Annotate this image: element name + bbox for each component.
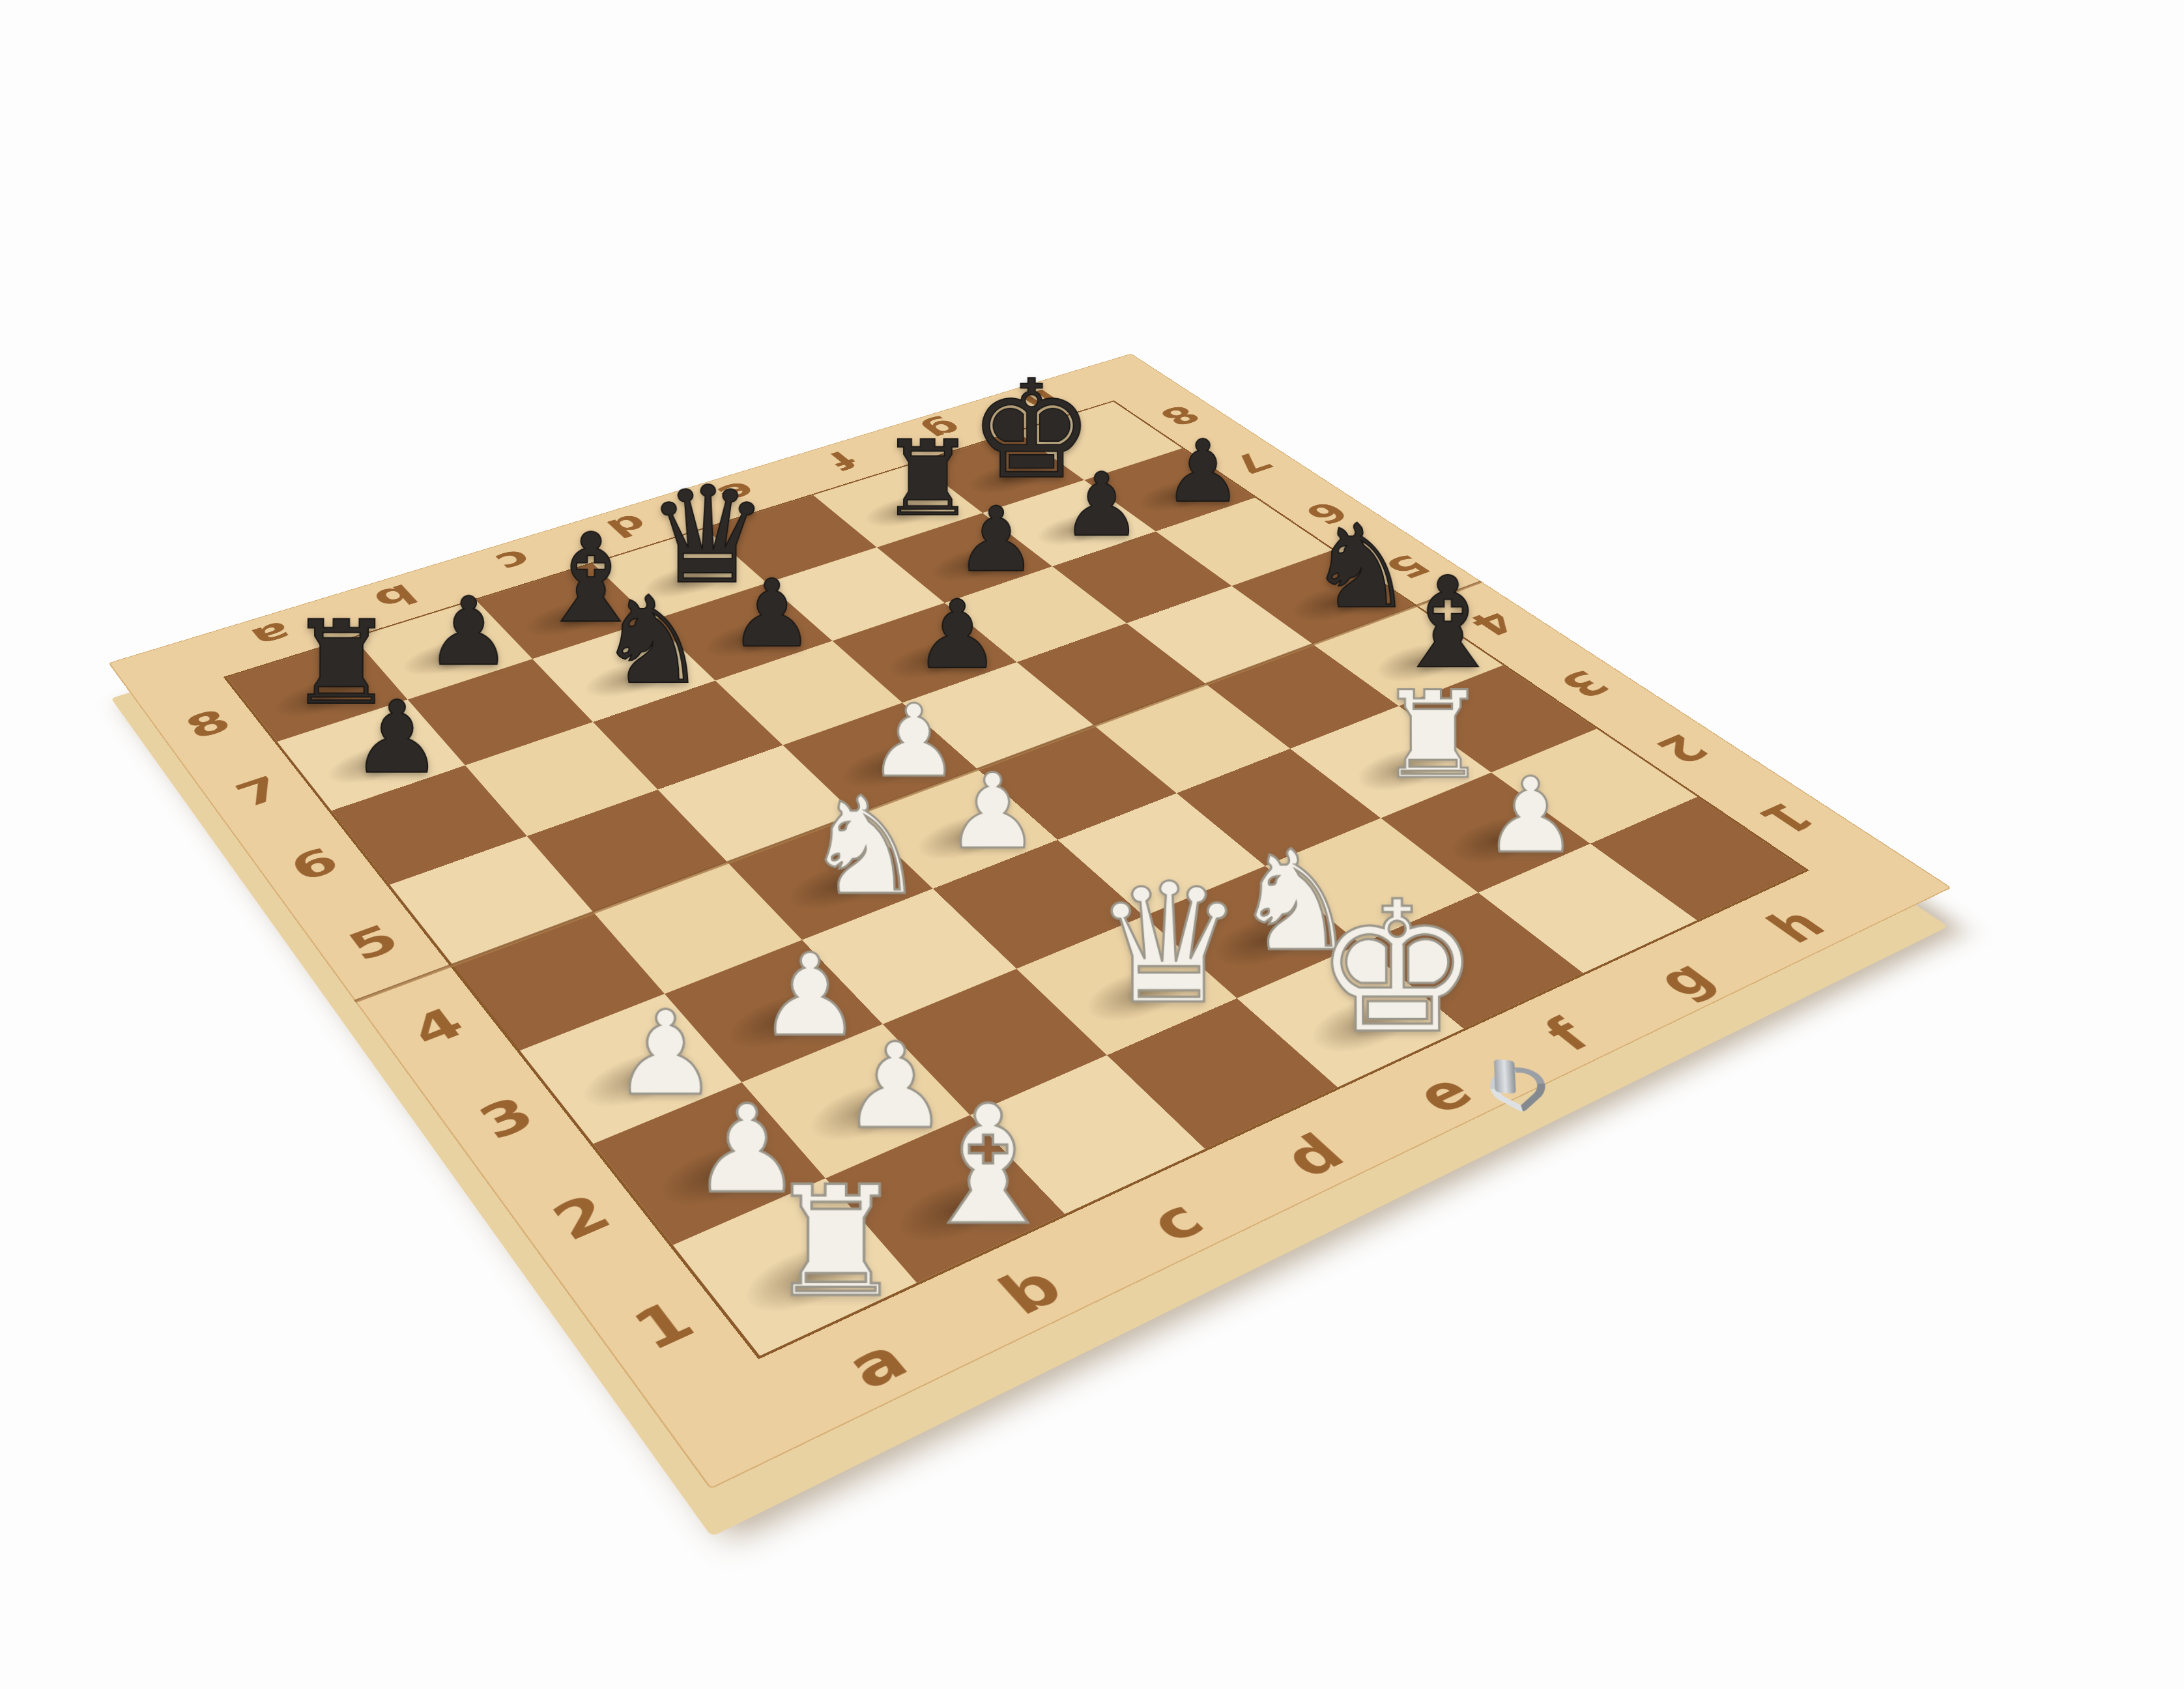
white-pawn-icon-g2[interactable]: ♟: [1483, 766, 1579, 865]
white-pawn-icon-d4[interactable]: ♟: [945, 762, 1040, 861]
white-rook-icon-a1[interactable]: ♜: [766, 1170, 906, 1314]
white-bishop-icon-b1[interactable]: ♝: [913, 1088, 1064, 1244]
white-rook-icon-g3[interactable]: ♜: [1377, 678, 1488, 792]
label-left-8: 8: [152, 695, 265, 754]
board-surface: ♜♟♝♛♜♚♟♞♟♟♟♟♟♟♞♞♟♝♟♟♜♟♟♛♞♟♜♝♚ 8765432187…: [108, 354, 1951, 1490]
photo-stage: ♜♟♝♛♜♚♟♞♟♟♟♟♟♟♞♞♟♝♟♟♜♟♟♛♞♟♜♝♚ 8765432187…: [0, 0, 2184, 1689]
board-grid: ♜♟♝♛♜♚♟♞♟♟♟♟♟♟♞♞♟♝♟♟♜♟♟♛♞♟♜♝♚: [227, 402, 1805, 1356]
black-pawn-icon-g7[interactable]: ♟: [1061, 463, 1142, 547]
label-left-7: 7: [201, 760, 317, 824]
black-pawn-icon-f7[interactable]: ♟: [955, 497, 1038, 582]
chess-board-3d: ♜♟♝♛♜♚♟♞♟♟♟♟♟♟♞♞♟♝♟♟♜♟♟♛♞♟♜♝♚ 8765432187…: [108, 354, 1951, 1490]
clasp-plate: [1494, 1059, 1516, 1093]
black-knight-icon-c7[interactable]: ♞: [597, 584, 708, 699]
white-knight-icon-c4[interactable]: ♞: [803, 783, 927, 911]
white-king-icon-e1[interactable]: ♚: [1314, 882, 1481, 1054]
black-pawn-icon-a7[interactable]: ♟: [351, 690, 444, 785]
white-queen-icon-d2[interactable]: ♛: [1093, 865, 1245, 1022]
black-pawn-icon-d7[interactable]: ♟: [729, 570, 815, 658]
black-pawn-icon-e6[interactable]: ♟: [914, 590, 1001, 680]
